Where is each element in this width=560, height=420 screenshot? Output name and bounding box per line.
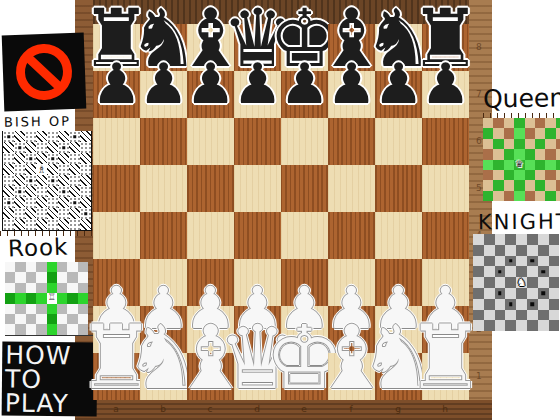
rook-diagram-piece: ♖ xyxy=(48,293,56,302)
move-dot xyxy=(29,157,33,161)
prohibition-icon xyxy=(15,43,73,101)
square-h6[interactable] xyxy=(422,118,469,165)
diagram-cell xyxy=(3,208,14,219)
diagram-cell xyxy=(505,320,516,331)
diagram-cell xyxy=(556,118,560,128)
diagram-cell xyxy=(58,186,69,197)
diagram-cell xyxy=(484,266,495,277)
diagram-cell xyxy=(527,320,538,331)
black-pawn[interactable]: ♟ xyxy=(279,56,329,112)
white-rook[interactable]: ♜ xyxy=(406,314,485,402)
square-e4[interactable] xyxy=(281,212,328,259)
diagram-cell xyxy=(535,118,545,128)
diagram-cell xyxy=(25,142,36,153)
diagram-cell xyxy=(5,293,15,303)
square-h5[interactable] xyxy=(422,165,469,212)
diagram-cell xyxy=(57,262,67,272)
diagram-cell xyxy=(473,288,484,299)
square-a6[interactable] xyxy=(93,118,140,165)
diagram-cell xyxy=(57,304,67,314)
move-dot xyxy=(73,135,77,139)
diagram-cell xyxy=(26,293,36,303)
square-b4[interactable] xyxy=(140,212,187,259)
diagram-cell xyxy=(15,272,25,282)
diagram-cell xyxy=(47,186,58,197)
diagram-cell xyxy=(47,314,57,324)
diagram-cell xyxy=(535,139,545,149)
diagram-cell xyxy=(26,324,36,334)
diagram-cell xyxy=(69,186,80,197)
diagram-cell xyxy=(58,175,69,186)
queen-moves-diagram: ♛ xyxy=(483,118,560,201)
diagram-cell xyxy=(14,164,25,175)
diagram-cell xyxy=(556,139,560,149)
diagram-cell xyxy=(538,288,549,299)
diagram-cell xyxy=(473,266,484,277)
diagram-cell xyxy=(505,234,516,245)
knight-diagram-piece: ♞ xyxy=(517,277,527,288)
diagram-cell xyxy=(47,197,58,208)
diagram-cell xyxy=(5,272,15,282)
diagram-cell xyxy=(36,186,47,197)
diagram-cell xyxy=(3,186,14,197)
diagram-cell xyxy=(67,262,77,272)
move-dot xyxy=(7,201,11,205)
square-d6[interactable] xyxy=(234,118,281,165)
diagram-cell xyxy=(538,310,549,321)
diagram-cell xyxy=(15,314,25,324)
diagram-cell xyxy=(36,197,47,208)
knight-panel-title: KNIGHT xyxy=(478,210,560,235)
diagram-cell xyxy=(538,266,549,277)
diagram-cell xyxy=(483,118,493,128)
square-d4[interactable] xyxy=(234,212,281,259)
diagram-cell xyxy=(78,262,88,272)
diagram-cell xyxy=(58,164,69,175)
diagram-cell xyxy=(5,324,15,334)
diagram-cell xyxy=(26,304,36,314)
diagram-cell xyxy=(36,324,46,334)
move-dot xyxy=(498,270,502,274)
diagram-cell xyxy=(57,324,67,334)
diagram-cell: ♖ xyxy=(47,293,57,303)
diagram-cell xyxy=(69,175,80,186)
diagram-cell xyxy=(556,160,560,170)
diagram-cell xyxy=(525,149,535,159)
diagram-cell xyxy=(527,310,538,321)
diagram-cell xyxy=(36,304,46,314)
diagram-cell xyxy=(484,288,495,299)
diagram-cell xyxy=(495,234,506,245)
square-b5[interactable] xyxy=(140,165,187,212)
diagram-cell xyxy=(538,245,549,256)
diagram-cell xyxy=(67,272,77,282)
diagram-cell xyxy=(514,128,524,138)
diagram-cell xyxy=(504,180,514,190)
diagram-cell xyxy=(26,283,36,293)
diagram-cell xyxy=(14,131,25,142)
diagram-cell xyxy=(47,131,58,142)
main-chessboard: ♜♞♝♛♚♝♞♜♟♟♟♟♟♟♟♟♟♟♟♟♟♟♟♟♜♞♝♛♚♝♞♜ abcdefg… xyxy=(75,0,492,420)
diagram-cell xyxy=(545,149,555,159)
diagram-cell xyxy=(473,256,484,267)
square-c6[interactable] xyxy=(187,118,234,165)
diagram-cell xyxy=(36,175,47,186)
square-e7[interactable]: ♟ xyxy=(281,71,328,118)
square-f6[interactable] xyxy=(328,118,375,165)
diagram-cell xyxy=(15,324,25,334)
diagram-cell xyxy=(504,149,514,159)
diagram-cell xyxy=(549,234,560,245)
diagram-cell xyxy=(549,266,560,277)
diagram-cell xyxy=(80,164,91,175)
square-c5[interactable] xyxy=(187,165,234,212)
diagram-cell xyxy=(549,245,560,256)
diagram-cell xyxy=(505,288,516,299)
diagram-cell xyxy=(25,186,36,197)
square-e5[interactable] xyxy=(281,165,328,212)
diagram-cell xyxy=(25,164,36,175)
diagram-cell xyxy=(484,299,495,310)
diagram-cell xyxy=(538,320,549,331)
square-f7[interactable]: ♟ xyxy=(328,71,375,118)
square-h1[interactable]: ♜ xyxy=(422,353,469,400)
diagram-cell xyxy=(514,180,524,190)
diagram-cell xyxy=(505,245,516,256)
diagram-cell xyxy=(538,299,549,310)
diagram-cell xyxy=(495,288,506,299)
square-b6[interactable] xyxy=(140,118,187,165)
diagram-cell xyxy=(15,293,25,303)
diagram-cell xyxy=(58,153,69,164)
diagram-cell xyxy=(14,175,25,186)
diagram-cell xyxy=(36,208,47,219)
diagram-cell xyxy=(495,277,506,288)
diagram-cell xyxy=(58,142,69,153)
bishop-panel-title: BISH OP xyxy=(4,113,92,130)
square-a5[interactable] xyxy=(93,165,140,212)
diagram-cell xyxy=(483,170,493,180)
diagram-cell xyxy=(14,197,25,208)
black-pawn[interactable]: ♟ xyxy=(373,56,423,112)
diagram-cell xyxy=(495,245,506,256)
diagram-cell xyxy=(493,128,503,138)
diagram-cell xyxy=(47,164,58,175)
diagram-cell xyxy=(483,139,493,149)
diagram-cell xyxy=(36,131,47,142)
diagram-cell xyxy=(514,191,524,201)
diagram-cell xyxy=(516,299,527,310)
diagram-cell xyxy=(15,304,25,314)
diagram-cell xyxy=(545,139,555,149)
square-g4[interactable] xyxy=(375,212,422,259)
diagram-cell xyxy=(493,118,503,128)
black-pawn[interactable]: ♟ xyxy=(232,56,282,112)
diagram-cell xyxy=(504,128,514,138)
rank-label-6: 6 xyxy=(476,136,482,146)
diagram-cell xyxy=(545,191,555,201)
diagram-cell xyxy=(527,234,538,245)
diagram-cell xyxy=(67,283,77,293)
diagram-cell xyxy=(36,219,47,230)
diagram-cell xyxy=(516,256,527,267)
knight-help-panel: KNIGHT ♞ xyxy=(473,210,560,331)
diagram-cell xyxy=(3,153,14,164)
square-g5[interactable] xyxy=(375,165,422,212)
square-g7[interactable]: ♟ xyxy=(375,71,422,118)
diagram-cell: ♞ xyxy=(516,277,527,288)
black-pawn[interactable]: ♟ xyxy=(91,56,141,112)
diagram-cell xyxy=(516,245,527,256)
diagram-cell xyxy=(26,314,36,324)
diagram-cell xyxy=(25,175,36,186)
rank-label-7: 7 xyxy=(476,89,482,99)
diagram-cell xyxy=(556,170,560,180)
black-pawn[interactable]: ♟ xyxy=(185,56,235,112)
diagram-cell xyxy=(47,142,58,153)
diagram-cell xyxy=(514,170,524,180)
diagram-cell xyxy=(535,149,545,159)
diagram-cell xyxy=(538,256,549,267)
diagram-cell xyxy=(516,288,527,299)
diagram-cell xyxy=(3,164,14,175)
diagram-cell xyxy=(545,160,555,170)
chess-game-screen: ♜♞♝♛♚♝♞♜♟♟♟♟♟♟♟♟♟♟♟♟♟♟♟♟♜♞♝♛♚♝♞♜ abcdefg… xyxy=(0,0,560,420)
diagram-cell xyxy=(57,283,67,293)
diagram-cell xyxy=(495,256,506,267)
diagram-cell xyxy=(80,197,91,208)
diagram-cell xyxy=(484,310,495,321)
diagram-cell xyxy=(47,324,57,334)
diagram-cell xyxy=(527,277,538,288)
diagram-cell xyxy=(57,293,67,303)
black-pawn[interactable]: ♟ xyxy=(326,56,376,112)
diagram-cell xyxy=(80,131,91,142)
diagram-cell xyxy=(80,186,91,197)
diagram-cell xyxy=(483,149,493,159)
black-pawn[interactable]: ♟ xyxy=(138,56,188,112)
square-f5[interactable] xyxy=(328,165,375,212)
square-f4[interactable] xyxy=(328,212,375,259)
diagram-cell xyxy=(484,320,495,331)
queen-diagram-piece: ♛ xyxy=(515,160,523,169)
bishop-help-panel: BISH OP ♗ xyxy=(0,114,92,236)
diagram-cell xyxy=(78,283,88,293)
diagram-cell xyxy=(495,320,506,331)
diagram-cell xyxy=(556,128,560,138)
diagram-cell xyxy=(47,304,57,314)
diagram-cell xyxy=(58,197,69,208)
diagram-cell xyxy=(47,175,58,186)
diagram-cell xyxy=(538,277,549,288)
bishop-diagram-piece: ♗ xyxy=(37,164,46,174)
diagram-cell: ♗ xyxy=(36,164,47,175)
square-c7[interactable]: ♟ xyxy=(187,71,234,118)
diagram-cell xyxy=(556,180,560,190)
diagram-cell xyxy=(15,283,25,293)
black-pawn[interactable]: ♟ xyxy=(420,56,470,112)
diagram-cell xyxy=(58,208,69,219)
diagram-cell xyxy=(504,118,514,128)
square-b7[interactable]: ♟ xyxy=(140,71,187,118)
diagram-cell xyxy=(538,234,549,245)
diagram-cell xyxy=(493,149,503,159)
move-dot xyxy=(7,135,11,139)
square-h7[interactable]: ♟ xyxy=(422,71,469,118)
square-a4[interactable] xyxy=(93,212,140,259)
bishop-moves-diagram: ♗ xyxy=(2,131,92,231)
diagram-cell xyxy=(525,191,535,201)
diagram-cell xyxy=(535,191,545,201)
diagram-cell xyxy=(549,320,560,331)
diagram-cell xyxy=(483,180,493,190)
diagram-cell xyxy=(36,293,46,303)
rank-label-5: 5 xyxy=(476,183,482,193)
move-dot xyxy=(498,292,502,296)
square-h4[interactable] xyxy=(422,212,469,259)
diagram-cell xyxy=(527,288,538,299)
diagram-cell xyxy=(525,118,535,128)
diagram-cell xyxy=(26,262,36,272)
diagram-cell xyxy=(78,293,88,303)
move-dot xyxy=(62,190,66,194)
diagram-cell xyxy=(484,245,495,256)
square-a7[interactable]: ♟ xyxy=(93,71,140,118)
move-dot xyxy=(51,179,55,183)
diagram-cell xyxy=(473,277,484,288)
diagram-cell xyxy=(504,160,514,170)
diagram-cell xyxy=(545,180,555,190)
diagram-cell xyxy=(78,272,88,282)
square-d7[interactable]: ♟ xyxy=(234,71,281,118)
move-dot xyxy=(18,146,22,150)
diagram-cell xyxy=(549,256,560,267)
diagram-cell xyxy=(15,262,25,272)
diagram-cell xyxy=(495,266,506,277)
diagram-cell xyxy=(545,170,555,180)
square-d5[interactable] xyxy=(234,165,281,212)
diagram-cell xyxy=(505,266,516,277)
diagram-cell xyxy=(483,191,493,201)
diagram-cell xyxy=(3,131,14,142)
diagram-cell xyxy=(36,272,46,282)
move-dot xyxy=(51,157,55,161)
diagram-cell xyxy=(504,191,514,201)
diagram-cell xyxy=(3,219,14,230)
diagram-cell xyxy=(495,299,506,310)
diagram-cell xyxy=(69,197,80,208)
diagram-cell xyxy=(25,153,36,164)
diagram-cell xyxy=(525,139,535,149)
diagram-cell xyxy=(493,160,503,170)
diagram-cell xyxy=(36,142,47,153)
move-dot xyxy=(531,302,535,306)
diagram-cell xyxy=(504,139,514,149)
diagram-cell: ♛ xyxy=(514,160,524,170)
queen-panel-title: Queen xyxy=(483,83,560,113)
diagram-cell xyxy=(69,142,80,153)
no-entry-button[interactable] xyxy=(2,33,87,112)
diagram-cell xyxy=(69,164,80,175)
diagram-cell xyxy=(58,219,69,230)
diagram-cell xyxy=(535,170,545,180)
diagram-cell xyxy=(549,277,560,288)
diagram-cell xyxy=(80,219,91,230)
move-dot xyxy=(29,179,33,183)
diagram-cell xyxy=(516,320,527,331)
board-squares: ♜♞♝♛♚♝♞♜♟♟♟♟♟♟♟♟♟♟♟♟♟♟♟♟♜♞♝♛♚♝♞♜ xyxy=(93,24,469,400)
diagram-cell xyxy=(549,299,560,310)
diagram-cell xyxy=(545,118,555,128)
diagram-cell xyxy=(14,208,25,219)
move-dot xyxy=(18,190,22,194)
diagram-cell xyxy=(493,139,503,149)
diagram-cell xyxy=(516,234,527,245)
diagram-cell xyxy=(516,310,527,321)
diagram-cell xyxy=(69,208,80,219)
diagram-cell xyxy=(484,256,495,267)
diagram-cell xyxy=(527,245,538,256)
diagram-cell xyxy=(14,153,25,164)
diagram-cell xyxy=(36,314,46,324)
diagram-cell xyxy=(14,142,25,153)
diagram-cell xyxy=(556,191,560,201)
diagram-cell xyxy=(47,153,58,164)
square-e6[interactable] xyxy=(281,118,328,165)
diagram-cell xyxy=(483,160,493,170)
diagram-cell xyxy=(26,272,36,282)
diagram-cell xyxy=(527,256,538,267)
move-dot xyxy=(62,146,66,150)
square-g6[interactable] xyxy=(375,118,422,165)
diagram-cell xyxy=(25,219,36,230)
diagram-cell xyxy=(25,208,36,219)
diagram-cell xyxy=(3,142,14,153)
move-dot xyxy=(541,292,545,296)
diagram-cell xyxy=(3,197,14,208)
diagram-cell xyxy=(473,245,484,256)
move-dot xyxy=(509,259,513,263)
diagram-cell xyxy=(14,186,25,197)
diagram-cell xyxy=(556,149,560,159)
knight-moves-diagram: ♞ xyxy=(473,234,560,331)
move-dot xyxy=(84,212,88,216)
diagram-cell xyxy=(5,283,15,293)
diagram-cell xyxy=(47,219,58,230)
diagram-cell xyxy=(69,131,80,142)
square-c4[interactable] xyxy=(187,212,234,259)
diagram-cell xyxy=(505,256,516,267)
diagram-cell xyxy=(47,262,57,272)
diagram-cell xyxy=(80,208,91,219)
diagram-cell xyxy=(57,272,67,282)
diagram-cell xyxy=(69,153,80,164)
diagram-cell xyxy=(47,272,57,282)
diagram-cell xyxy=(473,234,484,245)
diagram-cell xyxy=(484,234,495,245)
diagram-cell xyxy=(25,197,36,208)
diagram-cell xyxy=(549,310,560,321)
diagram-cell xyxy=(80,153,91,164)
diagram-cell xyxy=(5,304,15,314)
diagram-cell xyxy=(58,131,69,142)
diagram-cell xyxy=(493,191,503,201)
diagram-cell xyxy=(14,219,25,230)
diagram-cell xyxy=(69,219,80,230)
rook-panel-title: Rook xyxy=(8,232,97,261)
diagram-cell xyxy=(67,293,77,303)
queen-help-panel: Queen ♛ xyxy=(483,84,560,201)
